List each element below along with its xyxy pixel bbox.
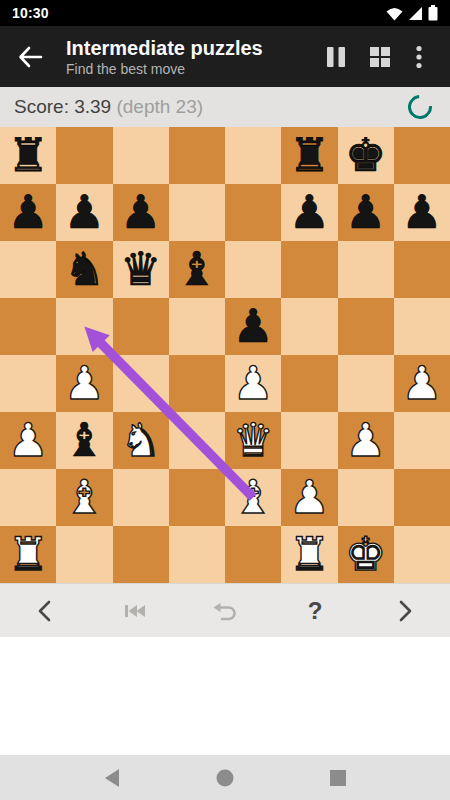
square-h2[interactable] [394,469,450,526]
square-b1[interactable] [56,526,112,583]
android-recents-button[interactable] [308,755,368,800]
square-b4[interactable]: ♟ [56,355,112,412]
square-g3[interactable]: ♟ [338,412,394,469]
score-bar: Score: 3.39 (depth 23) [0,87,450,127]
square-h1[interactable] [394,526,450,583]
engine-thinking-spinner [403,90,437,124]
piece-black-pawn: ♟ [8,184,49,241]
square-c2[interactable] [113,469,169,526]
piece-black-bishop: ♝ [176,241,217,298]
square-h5[interactable] [394,298,450,355]
chess-board[interactable]: ♜♜♚♟♟♟♟♟♟♞♛♝♟♟♟♟♟♝♞♛♟♝♝♟♜♜♚ [0,127,450,583]
piece-white-rook: ♜ [289,526,330,583]
overflow-menu-button[interactable] [402,35,436,79]
square-g5[interactable] [338,298,394,355]
page-title: Intermediate puzzles [66,36,314,60]
piece-black-pawn: ♟ [233,298,274,355]
search-depth: (depth 23) [116,96,203,117]
square-a2[interactable] [0,469,56,526]
back-button[interactable] [10,37,50,77]
pause-icon [326,46,346,68]
android-nav-bar [0,755,450,800]
cellular-signal-icon [408,6,423,21]
square-b7[interactable]: ♟ [56,184,112,241]
puzzle-controls-bar: ? [0,583,450,637]
square-d3[interactable] [169,412,225,469]
piece-white-pawn: ♟ [8,412,49,469]
piece-white-bishop: ♝ [64,469,105,526]
square-h6[interactable] [394,241,450,298]
arrow-back-icon [17,44,43,70]
piece-white-pawn: ♟ [233,355,274,412]
android-home-button[interactable] [195,755,255,800]
piece-black-pawn: ♟ [289,184,330,241]
square-c6[interactable]: ♛ [113,241,169,298]
square-f7[interactable]: ♟ [281,184,337,241]
empty-area [0,637,450,755]
status-bar: 10:30 [0,0,450,26]
square-d5[interactable] [169,298,225,355]
three-dots-icon [416,45,422,69]
undo-icon [211,599,239,623]
square-b3[interactable]: ♝ [56,412,112,469]
square-e1[interactable] [225,526,281,583]
square-e8[interactable] [225,127,281,184]
square-b8[interactable] [56,127,112,184]
square-a3[interactable]: ♟ [0,412,56,469]
square-d1[interactable] [169,526,225,583]
piece-white-bishop: ♝ [233,469,274,526]
wifi-icon [386,6,403,21]
square-b2[interactable]: ♝ [56,469,112,526]
square-f6[interactable] [281,241,337,298]
square-c1[interactable] [113,526,169,583]
piece-white-king: ♚ [345,526,386,583]
square-e3[interactable]: ♛ [225,412,281,469]
square-a1[interactable]: ♜ [0,526,56,583]
next-move-button[interactable] [360,584,450,637]
square-c8[interactable] [113,127,169,184]
piece-white-pawn: ♟ [64,355,105,412]
square-d8[interactable] [169,127,225,184]
piece-white-pawn: ♟ [401,355,442,412]
piece-white-queen: ♛ [233,412,274,469]
square-a6[interactable] [0,241,56,298]
square-g1[interactable]: ♚ [338,526,394,583]
square-e5[interactable]: ♟ [225,298,281,355]
app-bar: Intermediate puzzles Find the best move [0,26,450,87]
engine-score: Score: 3.39 (depth 23) [14,96,203,118]
square-g8[interactable]: ♚ [338,127,394,184]
square-c3[interactable]: ♞ [113,412,169,469]
square-a8[interactable]: ♜ [0,127,56,184]
square-h8[interactable] [394,127,450,184]
square-g2[interactable] [338,469,394,526]
square-d7[interactable] [169,184,225,241]
skip-back-icon [122,601,148,621]
square-f2[interactable]: ♟ [281,469,337,526]
square-d2[interactable] [169,469,225,526]
undo-button[interactable] [180,584,270,637]
square-c4[interactable] [113,355,169,412]
nav-recents-square-icon [329,769,347,787]
piece-black-knight: ♞ [64,241,105,298]
piece-black-pawn: ♟ [120,184,161,241]
square-d4[interactable] [169,355,225,412]
chevron-right-icon [394,599,416,623]
piece-white-pawn: ♟ [289,469,330,526]
square-b5[interactable] [56,298,112,355]
battery-icon [428,5,438,21]
piece-white-knight: ♞ [120,412,161,469]
chess-board-area: ♜♜♚♟♟♟♟♟♟♞♛♝♟♟♟♟♟♝♞♛♟♝♝♟♜♜♚ [0,127,450,583]
square-b6[interactable]: ♞ [56,241,112,298]
phone-screen: 10:30 Intermediate puzzles Find the best… [0,0,450,800]
square-f3[interactable] [281,412,337,469]
clock: 10:30 [12,5,49,21]
grid-icon [369,46,391,68]
square-a7[interactable]: ♟ [0,184,56,241]
square-e6[interactable] [225,241,281,298]
piece-black-pawn: ♟ [64,184,105,241]
piece-white-rook: ♜ [8,526,49,583]
square-f8[interactable]: ♜ [281,127,337,184]
square-g7[interactable]: ♟ [338,184,394,241]
square-f1[interactable]: ♜ [281,526,337,583]
chevron-left-icon [34,599,56,623]
nav-home-circle-icon [215,768,235,788]
square-d6[interactable]: ♝ [169,241,225,298]
score-value: Score: 3.39 [14,96,111,117]
square-c5[interactable] [113,298,169,355]
square-a4[interactable] [0,355,56,412]
prev-move-button[interactable] [0,584,90,637]
square-h3[interactable] [394,412,450,469]
square-e7[interactable] [225,184,281,241]
piece-black-pawn: ♟ [401,184,442,241]
square-f5[interactable] [281,298,337,355]
piece-black-rook: ♜ [289,127,330,184]
android-back-button[interactable] [82,755,142,800]
hint-button[interactable]: ? [270,584,360,637]
piece-black-queen: ♛ [120,241,161,298]
piece-black-king: ♚ [345,127,386,184]
pause-button[interactable] [314,35,358,79]
square-g6[interactable] [338,241,394,298]
nav-back-triangle-icon [103,768,121,788]
square-e4[interactable]: ♟ [225,355,281,412]
piece-black-rook: ♜ [8,127,49,184]
piece-white-pawn: ♟ [345,412,386,469]
square-g4[interactable] [338,355,394,412]
page-subtitle: Find the best move [66,60,314,78]
question-mark-icon: ? [308,597,323,625]
square-e2[interactable]: ♝ [225,469,281,526]
square-h4[interactable]: ♟ [394,355,450,412]
square-f4[interactable] [281,355,337,412]
piece-black-bishop: ♝ [64,412,105,469]
square-a5[interactable] [0,298,56,355]
square-h7[interactable]: ♟ [394,184,450,241]
skip-to-start-button[interactable] [90,584,180,637]
square-c7[interactable]: ♟ [113,184,169,241]
board-grid-button[interactable] [358,35,402,79]
piece-black-pawn: ♟ [345,184,386,241]
